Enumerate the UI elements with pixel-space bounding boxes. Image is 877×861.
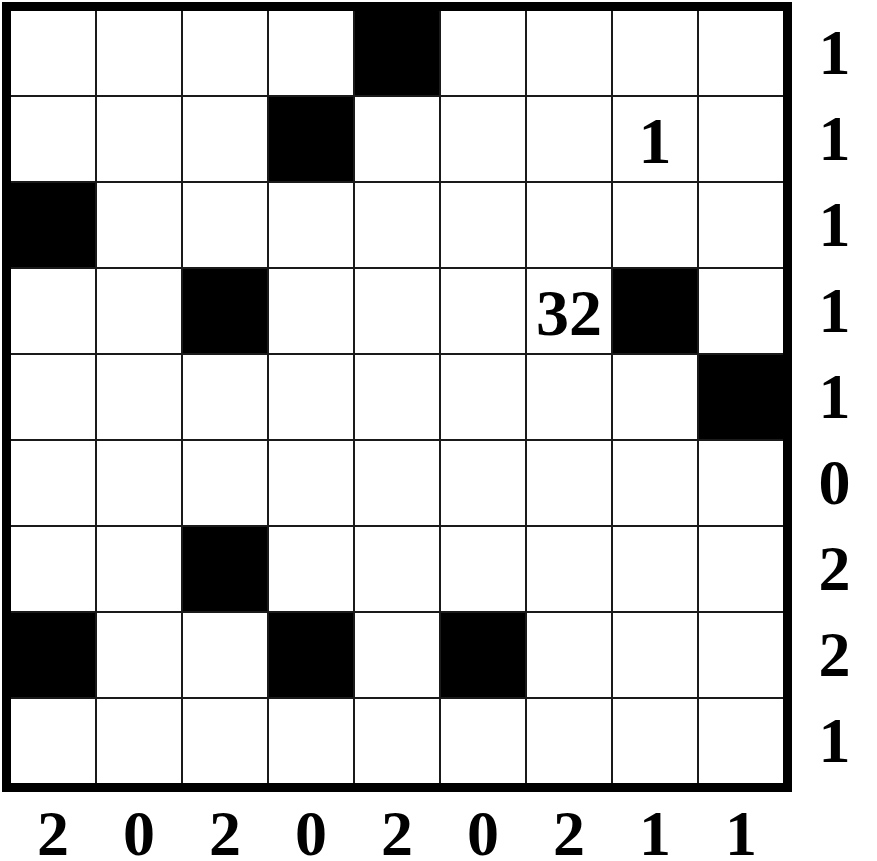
cell-r4c2[interactable]: [97, 269, 181, 353]
row-clue-8: 2: [792, 613, 877, 697]
column-clue-1: 2: [11, 792, 95, 861]
cell-r6c6[interactable]: [441, 441, 525, 525]
column-clue-3: 2: [183, 792, 267, 861]
row-clue-7: 2: [792, 527, 877, 611]
cell-r8c9[interactable]: [699, 613, 783, 697]
cell-r1c7[interactable]: [527, 11, 611, 95]
cell-r5c5[interactable]: [355, 355, 439, 439]
row-clue-5: 1: [792, 355, 877, 439]
cell-r6c9[interactable]: [699, 441, 783, 525]
cell-r3c9[interactable]: [699, 183, 783, 267]
cell-r4c9[interactable]: [699, 269, 783, 353]
cell-r7c3-black: [183, 527, 267, 611]
cell-r2c1[interactable]: [11, 97, 95, 181]
cell-r3c8[interactable]: [613, 183, 697, 267]
row-clue-3: 1: [792, 183, 877, 267]
cell-r8c5[interactable]: [355, 613, 439, 697]
cell-r3c1-black: [11, 183, 95, 267]
column-clues: 202020211: [2, 792, 792, 861]
cell-r1c9[interactable]: [699, 11, 783, 95]
cell-r2c9[interactable]: [699, 97, 783, 181]
cell-r1c4[interactable]: [269, 11, 353, 95]
cell-r6c2[interactable]: [97, 441, 181, 525]
row-clue-1: 1: [792, 11, 877, 95]
cell-r4c8-black: [613, 269, 697, 353]
cell-r3c7[interactable]: [527, 183, 611, 267]
column-clue-9: 1: [699, 792, 783, 861]
cell-r9c3[interactable]: [183, 699, 267, 783]
column-clue-2: 0: [97, 792, 181, 861]
column-clue-6: 0: [441, 792, 525, 861]
cell-r5c6[interactable]: [441, 355, 525, 439]
cell-r3c3[interactable]: [183, 183, 267, 267]
cell-r4c5[interactable]: [355, 269, 439, 353]
cell-r9c8[interactable]: [613, 699, 697, 783]
cell-r5c9-black: [699, 355, 783, 439]
cell-r2c6[interactable]: [441, 97, 525, 181]
cell-r9c4[interactable]: [269, 699, 353, 783]
row-clue-6: 0: [792, 441, 877, 525]
cell-r3c2[interactable]: [97, 183, 181, 267]
cell-r2c3[interactable]: [183, 97, 267, 181]
row-clues: 111110221: [792, 2, 877, 792]
cell-r5c8[interactable]: [613, 355, 697, 439]
cell-r5c3[interactable]: [183, 355, 267, 439]
cell-r7c7[interactable]: [527, 527, 611, 611]
cell-r9c1[interactable]: [11, 699, 95, 783]
cell-r7c2[interactable]: [97, 527, 181, 611]
cell-r7c5[interactable]: [355, 527, 439, 611]
cell-r9c2[interactable]: [97, 699, 181, 783]
cell-r3c5[interactable]: [355, 183, 439, 267]
cell-r7c4[interactable]: [269, 527, 353, 611]
cell-r2c4-black: [269, 97, 353, 181]
cell-r8c7[interactable]: [527, 613, 611, 697]
cell-r8c3[interactable]: [183, 613, 267, 697]
cell-r3c4[interactable]: [269, 183, 353, 267]
cell-r1c3[interactable]: [183, 11, 267, 95]
cell-r6c1[interactable]: [11, 441, 95, 525]
puzzle-layout: 132 111110221 202020211: [0, 0, 877, 861]
cell-r8c4-black: [269, 613, 353, 697]
cell-r5c1[interactable]: [11, 355, 95, 439]
cell-r9c6[interactable]: [441, 699, 525, 783]
cell-r8c6-black: [441, 613, 525, 697]
column-clue-7: 2: [527, 792, 611, 861]
cell-r6c5[interactable]: [355, 441, 439, 525]
cell-r8c1-black: [11, 613, 95, 697]
cell-r4c3-black: [183, 269, 267, 353]
cell-r8c8[interactable]: [613, 613, 697, 697]
cell-r2c7[interactable]: [527, 97, 611, 181]
cell-r5c2[interactable]: [97, 355, 181, 439]
cell-r1c1[interactable]: [11, 11, 95, 95]
cell-r2c5[interactable]: [355, 97, 439, 181]
row-clue-9: 1: [792, 699, 877, 783]
cell-r1c2[interactable]: [97, 11, 181, 95]
cell-r3c6[interactable]: [441, 183, 525, 267]
column-clue-5: 2: [355, 792, 439, 861]
cell-r9c7[interactable]: [527, 699, 611, 783]
cell-r6c8[interactable]: [613, 441, 697, 525]
cell-r9c5[interactable]: [355, 699, 439, 783]
cell-r7c6[interactable]: [441, 527, 525, 611]
column-clue-8: 1: [613, 792, 697, 861]
cell-r1c8[interactable]: [613, 11, 697, 95]
cell-r8c2[interactable]: [97, 613, 181, 697]
column-clue-4: 0: [269, 792, 353, 861]
cell-r1c6[interactable]: [441, 11, 525, 95]
cell-r6c3[interactable]: [183, 441, 267, 525]
cell-r7c9[interactable]: [699, 527, 783, 611]
cell-r2c8[interactable]: 1: [613, 97, 697, 181]
cell-r6c7[interactable]: [527, 441, 611, 525]
cell-r5c7[interactable]: [527, 355, 611, 439]
row-clue-4: 1: [792, 269, 877, 353]
cell-r4c4[interactable]: [269, 269, 353, 353]
cell-r7c8[interactable]: [613, 527, 697, 611]
cell-r4c1[interactable]: [11, 269, 95, 353]
cell-r4c7[interactable]: 32: [527, 269, 611, 353]
cell-r5c4[interactable]: [269, 355, 353, 439]
cell-r7c1[interactable]: [11, 527, 95, 611]
cell-r4c6[interactable]: [441, 269, 525, 353]
cell-r6c4[interactable]: [269, 441, 353, 525]
board-grid: 132: [2, 2, 792, 792]
cell-r9c9[interactable]: [699, 699, 783, 783]
cell-r1c5-black: [355, 11, 439, 95]
row-clue-2: 1: [792, 97, 877, 181]
cell-r2c2[interactable]: [97, 97, 181, 181]
